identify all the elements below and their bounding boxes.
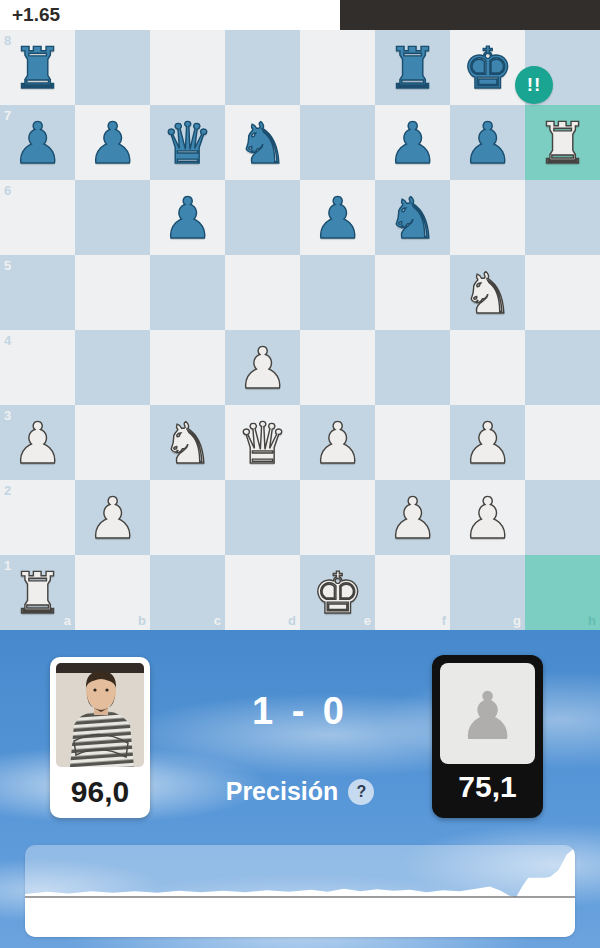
square-a7[interactable]: 7♟ xyxy=(0,105,75,180)
file-label-g: g xyxy=(513,613,521,628)
square-b5[interactable] xyxy=(75,255,150,330)
square-a1[interactable]: 1a♜ xyxy=(0,555,75,630)
piece-white-queen: ♛ xyxy=(225,405,300,480)
square-f1[interactable]: f xyxy=(375,555,450,630)
square-c4[interactable] xyxy=(150,330,225,405)
square-b1[interactable]: b xyxy=(75,555,150,630)
piece-black-pawn: ♟ xyxy=(375,105,450,180)
square-d5[interactable] xyxy=(225,255,300,330)
square-c6[interactable]: ♟ xyxy=(150,180,225,255)
evaluation-graph[interactable] xyxy=(25,845,575,937)
square-b8[interactable] xyxy=(75,30,150,105)
square-d6[interactable] xyxy=(225,180,300,255)
piece-white-rook: ♜ xyxy=(525,105,600,180)
square-e4[interactable] xyxy=(300,330,375,405)
square-d4[interactable]: ♟ xyxy=(225,330,300,405)
square-f6[interactable]: ♞ xyxy=(375,180,450,255)
evaluation-value: +1.65 xyxy=(12,0,60,30)
square-h3[interactable] xyxy=(525,405,600,480)
piece-white-knight: ♞ xyxy=(150,405,225,480)
square-f7[interactable]: ♟ xyxy=(375,105,450,180)
piece-black-pawn: ♟ xyxy=(150,180,225,255)
square-c5[interactable] xyxy=(150,255,225,330)
square-b4[interactable] xyxy=(75,330,150,405)
square-h5[interactable] xyxy=(525,255,600,330)
square-a8[interactable]: 8♜ xyxy=(0,30,75,105)
evaluation-bar-black-segment xyxy=(340,0,600,30)
piece-white-pawn: ♟ xyxy=(375,480,450,555)
evaluation-bar: +1.65 xyxy=(0,0,600,30)
file-label-e: e xyxy=(364,613,371,628)
piece-white-pawn: ♟ xyxy=(300,405,375,480)
piece-white-pawn: ♟ xyxy=(75,480,150,555)
piece-black-pawn: ♟ xyxy=(75,105,150,180)
square-h7[interactable]: ♜ xyxy=(525,105,600,180)
square-g8[interactable]: ♚ xyxy=(450,30,525,105)
piece-black-pawn: ♟ xyxy=(0,105,75,180)
piece-white-pawn: ♟ xyxy=(450,480,525,555)
square-a4[interactable]: 4 xyxy=(0,330,75,405)
rank-label-5: 5 xyxy=(4,258,11,273)
brilliant-move-badge: !! xyxy=(515,66,553,104)
square-f4[interactable] xyxy=(375,330,450,405)
square-e1[interactable]: e♚ xyxy=(300,555,375,630)
square-g2[interactable]: ♟ xyxy=(450,480,525,555)
black-player-avatar[interactable]: ♟ xyxy=(440,663,535,764)
piece-black-rook: ♜ xyxy=(0,30,75,105)
square-e3[interactable]: ♟ xyxy=(300,405,375,480)
square-d2[interactable] xyxy=(225,480,300,555)
rank-label-6: 6 xyxy=(4,183,11,198)
square-d7[interactable]: ♞ xyxy=(225,105,300,180)
file-label-h: h xyxy=(588,613,596,628)
chess-app-screen: +1.65 8♜♜♚7♟♟♛♞♟♟♜6♟♟♞5♞4♟3♟♞♛♟♟2♟♟♟1a♜b… xyxy=(0,0,600,948)
piece-white-pawn: ♟ xyxy=(450,405,525,480)
square-g7[interactable]: ♟ xyxy=(450,105,525,180)
square-c7[interactable]: ♛ xyxy=(150,105,225,180)
square-g1[interactable]: g xyxy=(450,555,525,630)
square-d1[interactable]: d xyxy=(225,555,300,630)
rank-label-7: 7 xyxy=(4,108,11,123)
square-d3[interactable]: ♛ xyxy=(225,405,300,480)
chess-board[interactable]: 8♜♜♚7♟♟♛♞♟♟♜6♟♟♞5♞4♟3♟♞♛♟♟2♟♟♟1a♜bcde♚fg… xyxy=(0,30,600,630)
piece-black-king: ♚ xyxy=(450,30,525,105)
square-c3[interactable]: ♞ xyxy=(150,405,225,480)
rank-label-3: 3 xyxy=(4,408,11,423)
square-e8[interactable] xyxy=(300,30,375,105)
square-h6[interactable] xyxy=(525,180,600,255)
file-label-a: a xyxy=(64,613,71,628)
piece-black-rook: ♜ xyxy=(375,30,450,105)
accuracy-label: Precisión xyxy=(226,777,339,806)
rank-label-2: 2 xyxy=(4,483,11,498)
square-c8[interactable] xyxy=(150,30,225,105)
help-question-icon[interactable]: ? xyxy=(348,779,374,805)
square-e7[interactable] xyxy=(300,105,375,180)
rank-label-4: 4 xyxy=(4,333,11,348)
game-summary-panel: 96,0 1 - 0 Precisión ? ♟ 75,1 xyxy=(0,630,600,948)
square-g4[interactable] xyxy=(450,330,525,405)
piece-white-pawn: ♟ xyxy=(0,405,75,480)
square-c1[interactable]: c xyxy=(150,555,225,630)
square-h2[interactable] xyxy=(525,480,600,555)
piece-white-pawn: ♟ xyxy=(225,330,300,405)
square-c2[interactable] xyxy=(150,480,225,555)
square-b2[interactable]: ♟ xyxy=(75,480,150,555)
square-d8[interactable] xyxy=(225,30,300,105)
square-e6[interactable]: ♟ xyxy=(300,180,375,255)
square-f3[interactable] xyxy=(375,405,450,480)
square-a2[interactable]: 2 xyxy=(0,480,75,555)
piece-black-queen: ♛ xyxy=(150,105,225,180)
file-label-f: f xyxy=(442,613,446,628)
square-a6[interactable]: 6 xyxy=(0,180,75,255)
square-g3[interactable]: ♟ xyxy=(450,405,525,480)
square-f5[interactable] xyxy=(375,255,450,330)
file-label-b: b xyxy=(138,613,146,628)
piece-black-knight: ♞ xyxy=(375,180,450,255)
square-e5[interactable] xyxy=(300,255,375,330)
square-h4[interactable] xyxy=(525,330,600,405)
square-b6[interactable] xyxy=(75,180,150,255)
black-accuracy-value: 75,1 xyxy=(432,770,543,804)
square-g5[interactable]: ♞ xyxy=(450,255,525,330)
piece-black-pawn: ♟ xyxy=(300,180,375,255)
file-label-d: d xyxy=(288,613,296,628)
piece-white-knight: ♞ xyxy=(450,255,525,330)
square-f2[interactable]: ♟ xyxy=(375,480,450,555)
square-b3[interactable] xyxy=(75,405,150,480)
square-h1[interactable]: h xyxy=(525,555,600,630)
piece-black-knight: ♞ xyxy=(225,105,300,180)
square-b7[interactable]: ♟ xyxy=(75,105,150,180)
square-g6[interactable] xyxy=(450,180,525,255)
square-a3[interactable]: 3♟ xyxy=(0,405,75,480)
black-player-card[interactable]: ♟ 75,1 xyxy=(432,655,543,818)
square-a5[interactable]: 5 xyxy=(0,255,75,330)
rank-label-8: 8 xyxy=(4,33,11,48)
file-label-c: c xyxy=(214,613,221,628)
square-f8[interactable]: ♜ xyxy=(375,30,450,105)
square-e2[interactable] xyxy=(300,480,375,555)
piece-black-pawn: ♟ xyxy=(450,105,525,180)
rank-label-1: 1 xyxy=(4,558,11,573)
